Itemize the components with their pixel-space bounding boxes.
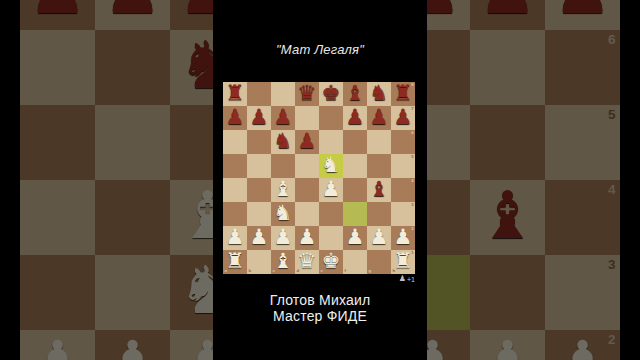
square-d1[interactable]: ♛d — [295, 250, 319, 274]
coord-label-4: 4 — [411, 179, 413, 183]
square-b6[interactable] — [247, 130, 271, 154]
square-c4[interactable]: ♝ — [271, 178, 295, 202]
square-h8[interactable]: ♜8 — [391, 82, 415, 106]
piece-white-pawn[interactable]: ♟ — [274, 227, 293, 248]
square-g4[interactable]: ♝ — [367, 178, 391, 202]
square-a7[interactable]: ♟ — [223, 106, 247, 130]
square-f2[interactable]: ♟ — [343, 226, 367, 250]
piece-white-rook[interactable]: ♜ — [226, 251, 245, 272]
piece-black-rook[interactable]: ♜ — [226, 83, 245, 104]
piece-black-knight[interactable]: ♞ — [274, 131, 293, 152]
piece-white-queen[interactable]: ♛ — [298, 251, 317, 272]
square-f7[interactable]: ♟ — [343, 106, 367, 130]
square-h4[interactable]: 4 — [391, 178, 415, 202]
square-g8[interactable]: ♞ — [367, 82, 391, 106]
square-d8[interactable]: ♛ — [295, 82, 319, 106]
square-g3[interactable] — [367, 202, 391, 226]
square-g5[interactable] — [367, 154, 391, 178]
square-b1[interactable]: b — [247, 250, 271, 274]
square-b2[interactable]: ♟ — [247, 226, 271, 250]
square-b8[interactable] — [247, 82, 271, 106]
piece-white-king[interactable]: ♚ — [322, 251, 341, 272]
square-e5[interactable]: ♞ — [319, 154, 343, 178]
piece-white-knight[interactable]: ♞ — [322, 155, 341, 176]
piece-white-knight[interactable]: ♞ — [274, 203, 293, 224]
square-f8[interactable]: ♝ — [343, 82, 367, 106]
coord-label-d: d — [296, 269, 299, 273]
square-a5[interactable] — [223, 154, 247, 178]
square-d5[interactable] — [295, 154, 319, 178]
piece-white-pawn[interactable]: ♟ — [298, 227, 317, 248]
square-c1[interactable]: ♝c — [271, 250, 295, 274]
piece-black-pawn[interactable]: ♟ — [394, 107, 413, 128]
square-a8[interactable]: ♜ — [223, 82, 247, 106]
piece-black-pawn[interactable]: ♟ — [370, 107, 389, 128]
piece-white-pawn[interactable]: ♟ — [370, 227, 389, 248]
square-f1[interactable]: f — [343, 250, 367, 274]
piece-black-rook[interactable]: ♜ — [394, 83, 413, 104]
square-a2[interactable]: ♟ — [223, 226, 247, 250]
square-c2[interactable]: ♟ — [271, 226, 295, 250]
square-e7[interactable] — [319, 106, 343, 130]
material-advantage-badge: ♟ +1 — [399, 275, 415, 283]
square-h6[interactable]: 6 — [391, 130, 415, 154]
author-captions: Глотов Михаил Мастер ФИДЕ — [213, 292, 427, 324]
square-d3[interactable] — [295, 202, 319, 226]
piece-black-queen[interactable]: ♛ — [298, 83, 317, 104]
square-g6[interactable] — [367, 130, 391, 154]
piece-black-pawn[interactable]: ♟ — [274, 107, 293, 128]
square-c6[interactable]: ♞ — [271, 130, 295, 154]
square-f6[interactable] — [343, 130, 367, 154]
square-h1[interactable]: ♜1h — [391, 250, 415, 274]
square-b5[interactable] — [247, 154, 271, 178]
coord-label-a: a — [224, 269, 226, 273]
coord-label-f: f — [344, 269, 345, 273]
square-g7[interactable]: ♟ — [367, 106, 391, 130]
square-a3[interactable] — [223, 202, 247, 226]
piece-black-bishop[interactable]: ♝ — [370, 179, 389, 200]
square-d4[interactable] — [295, 178, 319, 202]
square-h5[interactable]: 5 — [391, 154, 415, 178]
square-a4[interactable] — [223, 178, 247, 202]
piece-white-pawn[interactable]: ♟ — [346, 227, 365, 248]
square-h3[interactable]: 3 — [391, 202, 415, 226]
square-c8[interactable] — [271, 82, 295, 106]
piece-black-king[interactable]: ♚ — [322, 83, 341, 104]
coord-label-c: c — [272, 269, 274, 273]
video-title: "Мат Легаля" — [213, 42, 427, 57]
square-e4[interactable]: ♟ — [319, 178, 343, 202]
piece-white-rook[interactable]: ♜ — [394, 251, 413, 272]
square-b4[interactable] — [247, 178, 271, 202]
piece-white-pawn[interactable]: ♟ — [226, 227, 245, 248]
piece-white-pawn[interactable]: ♟ — [394, 227, 413, 248]
square-h2[interactable]: ♟2 — [391, 226, 415, 250]
square-h7[interactable]: ♟7 — [391, 106, 415, 130]
coord-label-b: b — [248, 269, 251, 273]
coord-label-2: 2 — [411, 227, 413, 231]
piece-black-pawn[interactable]: ♟ — [226, 107, 245, 128]
piece-black-knight[interactable]: ♞ — [370, 83, 389, 104]
piece-black-pawn[interactable]: ♟ — [250, 107, 269, 128]
square-a1[interactable]: ♜a — [223, 250, 247, 274]
coord-label-g: g — [368, 269, 371, 273]
author-rank-title: Мастер ФИДЕ — [213, 308, 427, 324]
piece-black-pawn[interactable]: ♟ — [298, 131, 317, 152]
pawn-icon: ♟ — [399, 275, 406, 283]
square-f3[interactable] — [343, 202, 367, 226]
coord-label-8: 8 — [411, 83, 413, 87]
square-c5[interactable] — [271, 154, 295, 178]
square-b3[interactable] — [247, 202, 271, 226]
piece-black-bishop[interactable]: ♝ — [346, 83, 365, 104]
chess-board[interactable]: ♜♛♚♝♞♜8♟♟♟♟♟♟7♞♟6♞5♝♟♝4♞3♟♟♟♟♟♟♟2♜ab♝c♛d… — [223, 82, 415, 274]
square-c3[interactable]: ♞ — [271, 202, 295, 226]
square-e3[interactable] — [319, 202, 343, 226]
coord-label-1: 1 — [411, 251, 413, 255]
coord-label-6: 6 — [411, 131, 413, 135]
square-a6[interactable] — [223, 130, 247, 154]
author-name: Глотов Михаил — [213, 292, 427, 308]
square-e1[interactable]: ♚e — [319, 250, 343, 274]
coord-label-7: 7 — [411, 107, 413, 111]
square-d2[interactable]: ♟ — [295, 226, 319, 250]
piece-white-bishop[interactable]: ♝ — [274, 251, 293, 272]
coord-label-5: 5 — [411, 155, 413, 159]
square-g1[interactable]: g — [367, 250, 391, 274]
square-e2[interactable] — [319, 226, 343, 250]
square-e6[interactable] — [319, 130, 343, 154]
square-g2[interactable]: ♟ — [367, 226, 391, 250]
coord-label-3: 3 — [411, 203, 413, 207]
piece-black-pawn[interactable]: ♟ — [346, 107, 365, 128]
piece-white-bishop[interactable]: ♝ — [274, 179, 293, 200]
coord-label-h: h — [392, 269, 395, 273]
square-e8[interactable]: ♚ — [319, 82, 343, 106]
square-b7[interactable]: ♟ — [247, 106, 271, 130]
square-c7[interactable]: ♟ — [271, 106, 295, 130]
square-d6[interactable]: ♟ — [295, 130, 319, 154]
square-d7[interactable] — [295, 106, 319, 130]
piece-white-pawn[interactable]: ♟ — [250, 227, 269, 248]
material-advantage-text: +1 — [407, 276, 415, 283]
video-center-column: "Мат Легаля" ♜♛♚♝♞♜8♟♟♟♟♟♟7♞♟6♞5♝♟♝4♞3♟♟… — [213, 0, 427, 360]
piece-white-pawn[interactable]: ♟ — [322, 179, 341, 200]
coord-label-e: e — [320, 269, 322, 273]
square-f4[interactable] — [343, 178, 367, 202]
square-f5[interactable] — [343, 154, 367, 178]
